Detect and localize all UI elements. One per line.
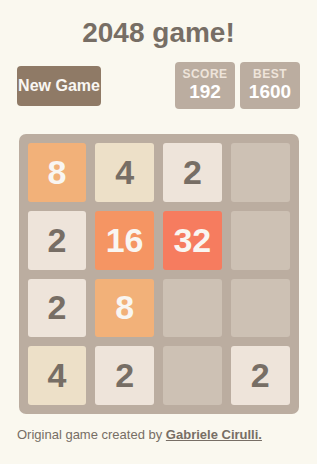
2048-app: 2048 game! New Game SCORE 192 BEST 1600 … xyxy=(0,17,317,464)
new-game-button[interactable]: New Game xyxy=(17,66,101,106)
score-label: SCORE xyxy=(182,68,227,82)
empty-cell xyxy=(231,211,290,270)
tile-2: 2 xyxy=(163,143,222,202)
page-title: 2048 game! xyxy=(0,17,317,49)
footer-text: Original game created by xyxy=(17,427,166,442)
footer: Original game created by Gabriele Cirull… xyxy=(17,427,300,442)
empty-cell xyxy=(231,279,290,338)
empty-cell xyxy=(163,279,222,338)
score-box: SCORE 192 xyxy=(175,62,235,109)
header-row: New Game SCORE 192 BEST 1600 xyxy=(17,62,300,109)
best-value: 1600 xyxy=(249,81,291,103)
tile-2: 2 xyxy=(95,346,154,405)
empty-cell xyxy=(163,346,222,405)
score-value: 192 xyxy=(189,81,221,103)
score-panel: SCORE 192 BEST 1600 xyxy=(175,62,300,109)
author-link[interactable]: Gabriele Cirulli. xyxy=(166,427,262,442)
tile-2: 2 xyxy=(28,279,87,338)
tile-4: 4 xyxy=(95,143,154,202)
tile-32: 32 xyxy=(163,211,222,270)
empty-cell xyxy=(231,143,290,202)
tile-2: 2 xyxy=(231,346,290,405)
tile-2: 2 xyxy=(28,211,87,270)
game-board[interactable]: 8422163228422 xyxy=(19,134,299,414)
tile-8: 8 xyxy=(28,143,87,202)
best-label: BEST xyxy=(253,68,287,82)
tile-8: 8 xyxy=(95,279,154,338)
tile-16: 16 xyxy=(95,211,154,270)
best-box: BEST 1600 xyxy=(240,62,300,109)
tile-4: 4 xyxy=(28,346,87,405)
